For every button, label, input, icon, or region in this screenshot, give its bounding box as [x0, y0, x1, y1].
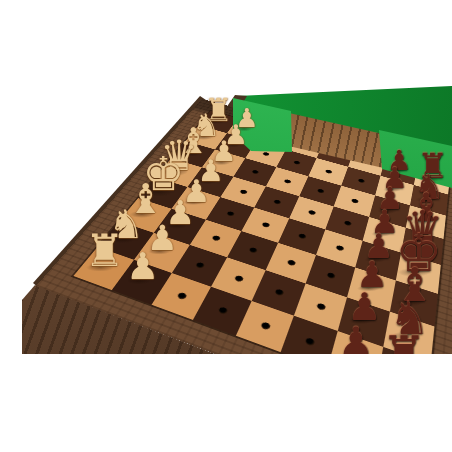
photo-crop-mask — [0, 354, 452, 452]
white-pawn-h2: ♟ — [126, 249, 159, 286]
chess-set-photo: ♜♞♝♛♚♝♞♜♟♟♟♟♟♟♟♟♟♟♟♟♟♟♟♟♜♞♝♛♚♝♞♜ — [0, 0, 452, 452]
white-rook-h1: ♜ — [84, 228, 124, 273]
